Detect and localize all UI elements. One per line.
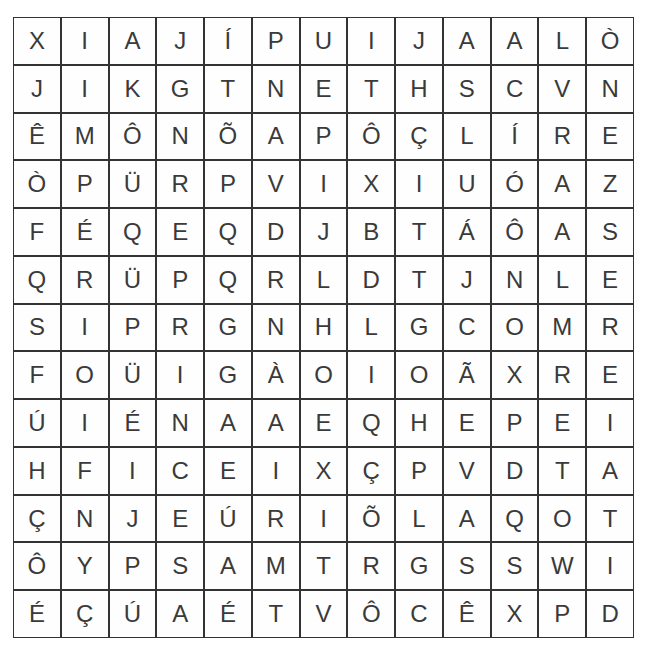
grid-cell-r2c3[interactable]: K <box>109 65 157 113</box>
grid-cell-r4c4[interactable]: R <box>156 160 204 208</box>
grid-cell-r11c12[interactable]: O <box>538 495 586 543</box>
grid-cell-r9c11[interactable]: P <box>491 399 539 447</box>
grid-cell-r2c6[interactable]: N <box>252 65 300 113</box>
grid-cell-r9c2[interactable]: I <box>61 399 109 447</box>
grid-cell-r5c10[interactable]: Á <box>443 208 491 256</box>
grid-cell-r8c12[interactable]: R <box>538 351 586 399</box>
grid-cell-r8c10[interactable]: Ã <box>443 351 491 399</box>
grid-cell-r1c6[interactable]: P <box>252 17 300 65</box>
grid-cell-r6c7[interactable]: L <box>300 256 348 304</box>
grid-cell-r8c2[interactable]: O <box>61 351 109 399</box>
grid-cell-r8c5[interactable]: G <box>204 351 252 399</box>
grid-cell-r8c1[interactable]: F <box>13 351 61 399</box>
grid-cell-r11c5[interactable]: Ú <box>204 495 252 543</box>
grid-cell-r5c11[interactable]: Ô <box>491 208 539 256</box>
grid-cell-r9c4[interactable]: N <box>156 399 204 447</box>
grid-cell-r9c8[interactable]: Q <box>347 399 395 447</box>
grid-cell-r3c9[interactable]: Ç <box>395 113 443 161</box>
grid-cell-r1c7[interactable]: U <box>300 17 348 65</box>
grid-cell-r2c2[interactable]: I <box>61 65 109 113</box>
grid-cell-r5c6[interactable]: D <box>252 208 300 256</box>
grid-cell-r7c1[interactable]: S <box>13 304 61 352</box>
grid-cell-r4c12[interactable]: A <box>538 160 586 208</box>
grid-cell-r10c5[interactable]: E <box>204 447 252 495</box>
grid-cell-r3c6[interactable]: A <box>252 113 300 161</box>
grid-cell-r11c2[interactable]: N <box>61 495 109 543</box>
grid-cell-r13c3[interactable]: Ú <box>109 590 157 638</box>
grid-cell-r9c7[interactable]: E <box>300 399 348 447</box>
grid-cell-r13c11[interactable]: X <box>491 590 539 638</box>
grid-cell-r11c11[interactable]: Q <box>491 495 539 543</box>
grid-cell-r3c12[interactable]: R <box>538 113 586 161</box>
grid-cell-r2c10[interactable]: S <box>443 65 491 113</box>
grid-cell-r3c7[interactable]: P <box>300 113 348 161</box>
grid-cell-r4c13[interactable]: Z <box>586 160 634 208</box>
grid-cell-r1c2[interactable]: I <box>61 17 109 65</box>
grid-cell-r3c3[interactable]: Ô <box>109 113 157 161</box>
grid-cell-r1c9[interactable]: J <box>395 17 443 65</box>
grid-cell-r8c11[interactable]: X <box>491 351 539 399</box>
grid-cell-r6c6[interactable]: R <box>252 256 300 304</box>
grid-cell-r6c12[interactable]: L <box>538 256 586 304</box>
grid-cell-r13c12[interactable]: P <box>538 590 586 638</box>
grid-cell-r7c2[interactable]: I <box>61 304 109 352</box>
grid-cell-r7c8[interactable]: L <box>347 304 395 352</box>
grid-cell-r7c5[interactable]: G <box>204 304 252 352</box>
grid-cell-r2c13[interactable]: N <box>586 65 634 113</box>
grid-cell-r7c4[interactable]: R <box>156 304 204 352</box>
grid-cell-r9c1[interactable]: Ú <box>13 399 61 447</box>
grid-cell-r6c8[interactable]: D <box>347 256 395 304</box>
grid-cell-r13c7[interactable]: V <box>300 590 348 638</box>
grid-cell-r11c8[interactable]: Õ <box>347 495 395 543</box>
grid-cell-r11c4[interactable]: E <box>156 495 204 543</box>
grid-cell-r4c2[interactable]: P <box>61 160 109 208</box>
grid-cell-r8c4[interactable]: I <box>156 351 204 399</box>
grid-cell-r4c8[interactable]: X <box>347 160 395 208</box>
grid-cell-r11c9[interactable]: L <box>395 495 443 543</box>
grid-cell-r4c5[interactable]: P <box>204 160 252 208</box>
grid-cell-r11c13[interactable]: T <box>586 495 634 543</box>
grid-cell-r7c11[interactable]: O <box>491 304 539 352</box>
grid-cell-r4c10[interactable]: U <box>443 160 491 208</box>
grid-cell-r9c5[interactable]: A <box>204 399 252 447</box>
grid-cell-r5c9[interactable]: T <box>395 208 443 256</box>
grid-cell-r3c13[interactable]: E <box>586 113 634 161</box>
grid-cell-r1c8[interactable]: I <box>347 17 395 65</box>
grid-cell-r12c6[interactable]: M <box>252 542 300 590</box>
grid-cell-r3c2[interactable]: M <box>61 113 109 161</box>
grid-cell-r4c7[interactable]: I <box>300 160 348 208</box>
grid-cell-r3c5[interactable]: Õ <box>204 113 252 161</box>
grid-cell-r12c4[interactable]: S <box>156 542 204 590</box>
grid-cell-r8c13[interactable]: E <box>586 351 634 399</box>
grid-cell-r2c5[interactable]: T <box>204 65 252 113</box>
grid-cell-r6c9[interactable]: T <box>395 256 443 304</box>
grid-cell-r6c10[interactable]: J <box>443 256 491 304</box>
grid-cell-r7c7[interactable]: H <box>300 304 348 352</box>
grid-cell-r10c8[interactable]: Ç <box>347 447 395 495</box>
grid-cell-r9c10[interactable]: E <box>443 399 491 447</box>
grid-cell-r10c10[interactable]: V <box>443 447 491 495</box>
grid-cell-r5c3[interactable]: Q <box>109 208 157 256</box>
grid-cell-r8c7[interactable]: O <box>300 351 348 399</box>
grid-cell-r7c13[interactable]: R <box>586 304 634 352</box>
word-search-grid: XIAJÍPUIJAALÒJIKGTNETHSCVNÊMÔNÕAPÔÇLÍREÒ… <box>13 17 634 638</box>
grid-cell-r5c7[interactable]: J <box>300 208 348 256</box>
grid-cell-r12c3[interactable]: P <box>109 542 157 590</box>
grid-cell-r8c3[interactable]: Ü <box>109 351 157 399</box>
grid-cell-r6c11[interactable]: N <box>491 256 539 304</box>
grid-cell-r6c1[interactable]: Q <box>13 256 61 304</box>
grid-cell-r13c10[interactable]: Ê <box>443 590 491 638</box>
grid-cell-r2c12[interactable]: V <box>538 65 586 113</box>
grid-cell-r9c9[interactable]: H <box>395 399 443 447</box>
grid-cell-r11c3[interactable]: J <box>109 495 157 543</box>
grid-cell-r11c6[interactable]: R <box>252 495 300 543</box>
grid-cell-r3c4[interactable]: N <box>156 113 204 161</box>
grid-cell-r1c13[interactable]: Ò <box>586 17 634 65</box>
grid-cell-r7c9[interactable]: G <box>395 304 443 352</box>
grid-cell-r2c7[interactable]: E <box>300 65 348 113</box>
grid-cell-r8c8[interactable]: I <box>347 351 395 399</box>
grid-cell-r10c7[interactable]: X <box>300 447 348 495</box>
grid-cell-r13c6[interactable]: T <box>252 590 300 638</box>
grid-cell-r7c3[interactable]: P <box>109 304 157 352</box>
grid-cell-r2c11[interactable]: C <box>491 65 539 113</box>
grid-cell-r4c11[interactable]: Ó <box>491 160 539 208</box>
grid-cell-r12c10[interactable]: S <box>443 542 491 590</box>
grid-cell-r3c8[interactable]: Ô <box>347 113 395 161</box>
grid-cell-r1c5[interactable]: Í <box>204 17 252 65</box>
grid-cell-r5c5[interactable]: Q <box>204 208 252 256</box>
grid-cell-r6c3[interactable]: Ü <box>109 256 157 304</box>
grid-cell-r9c3[interactable]: É <box>109 399 157 447</box>
grid-cell-r4c3[interactable]: Ü <box>109 160 157 208</box>
grid-cell-r13c13[interactable]: D <box>586 590 634 638</box>
grid-cell-r8c6[interactable]: À <box>252 351 300 399</box>
grid-cell-r12c7[interactable]: T <box>300 542 348 590</box>
grid-cell-r2c8[interactable]: T <box>347 65 395 113</box>
grid-cell-r7c12[interactable]: M <box>538 304 586 352</box>
grid-cell-r2c9[interactable]: H <box>395 65 443 113</box>
grid-cell-r5c4[interactable]: E <box>156 208 204 256</box>
grid-cell-r13c1[interactable]: É <box>13 590 61 638</box>
grid-cell-r1c4[interactable]: J <box>156 17 204 65</box>
grid-cell-r1c1[interactable]: X <box>13 17 61 65</box>
grid-cell-r5c13[interactable]: S <box>586 208 634 256</box>
grid-cell-r10c11[interactable]: D <box>491 447 539 495</box>
grid-cell-r6c13[interactable]: E <box>586 256 634 304</box>
grid-cell-r4c9[interactable]: I <box>395 160 443 208</box>
grid-cell-r4c1[interactable]: Ò <box>13 160 61 208</box>
grid-cell-r12c8[interactable]: R <box>347 542 395 590</box>
grid-cell-r13c8[interactable]: Ô <box>347 590 395 638</box>
grid-cell-r10c3[interactable]: I <box>109 447 157 495</box>
grid-cell-r1c12[interactable]: L <box>538 17 586 65</box>
grid-cell-r12c2[interactable]: Y <box>61 542 109 590</box>
grid-cell-r10c9[interactable]: P <box>395 447 443 495</box>
grid-cell-r13c4[interactable]: A <box>156 590 204 638</box>
grid-cell-r7c10[interactable]: C <box>443 304 491 352</box>
grid-cell-r9c6[interactable]: A <box>252 399 300 447</box>
grid-cell-r3c1[interactable]: Ê <box>13 113 61 161</box>
grid-cell-r1c11[interactable]: A <box>491 17 539 65</box>
grid-cell-r5c8[interactable]: B <box>347 208 395 256</box>
grid-cell-r5c12[interactable]: A <box>538 208 586 256</box>
grid-cell-r12c9[interactable]: G <box>395 542 443 590</box>
grid-cell-r9c12[interactable]: E <box>538 399 586 447</box>
grid-cell-r12c5[interactable]: A <box>204 542 252 590</box>
grid-cell-r9c13[interactable]: I <box>586 399 634 447</box>
grid-cell-r12c12[interactable]: W <box>538 542 586 590</box>
grid-cell-r6c2[interactable]: R <box>61 256 109 304</box>
grid-cell-r12c13[interactable]: I <box>586 542 634 590</box>
grid-cell-r5c1[interactable]: F <box>13 208 61 256</box>
grid-cell-r13c9[interactable]: C <box>395 590 443 638</box>
grid-cell-r10c12[interactable]: T <box>538 447 586 495</box>
grid-cell-r10c1[interactable]: H <box>13 447 61 495</box>
grid-cell-r10c13[interactable]: A <box>586 447 634 495</box>
grid-cell-r11c1[interactable]: Ç <box>13 495 61 543</box>
grid-cell-r1c10[interactable]: A <box>443 17 491 65</box>
grid-cell-r12c1[interactable]: Ô <box>13 542 61 590</box>
grid-cell-r6c4[interactable]: P <box>156 256 204 304</box>
grid-cell-r12c11[interactable]: S <box>491 542 539 590</box>
grid-cell-r13c5[interactable]: É <box>204 590 252 638</box>
grid-cell-r10c2[interactable]: F <box>61 447 109 495</box>
grid-cell-r10c6[interactable]: I <box>252 447 300 495</box>
grid-cell-r8c9[interactable]: O <box>395 351 443 399</box>
grid-cell-r2c4[interactable]: G <box>156 65 204 113</box>
grid-cell-r3c10[interactable]: L <box>443 113 491 161</box>
grid-cell-r6c5[interactable]: Q <box>204 256 252 304</box>
grid-cell-r11c10[interactable]: A <box>443 495 491 543</box>
grid-cell-r2c1[interactable]: J <box>13 65 61 113</box>
grid-cell-r11c7[interactable]: I <box>300 495 348 543</box>
grid-cell-r4c6[interactable]: V <box>252 160 300 208</box>
grid-cell-r13c2[interactable]: Ç <box>61 590 109 638</box>
grid-cell-r7c6[interactable]: N <box>252 304 300 352</box>
grid-cell-r5c2[interactable]: É <box>61 208 109 256</box>
grid-cell-r3c11[interactable]: Í <box>491 113 539 161</box>
grid-cell-r1c3[interactable]: A <box>109 17 157 65</box>
grid-cell-r10c4[interactable]: C <box>156 447 204 495</box>
